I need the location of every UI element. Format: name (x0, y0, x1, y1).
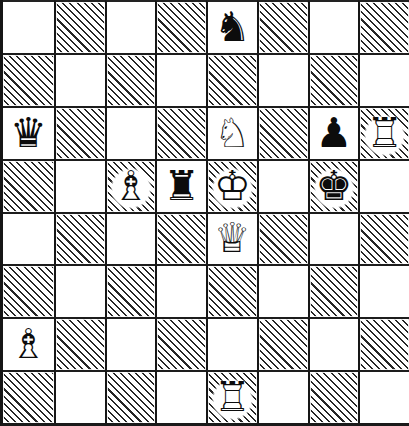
square-b4[interactable] (54, 212, 105, 265)
white-rook-piece: ♖ (208, 372, 257, 423)
square-b1[interactable] (54, 370, 105, 423)
white-bishop-piece: ♗ (3, 319, 54, 370)
square-g4[interactable] (308, 212, 359, 265)
square-h8[interactable] (358, 0, 409, 53)
square-d5[interactable]: ♜ (155, 159, 206, 212)
square-f2[interactable] (257, 317, 308, 370)
square-a4[interactable] (3, 212, 54, 265)
square-b8[interactable] (54, 0, 105, 53)
square-h6[interactable]: ♖ (358, 106, 409, 159)
square-g7[interactable] (308, 53, 359, 106)
square-f7[interactable] (257, 53, 308, 106)
square-c5[interactable]: ♗ (105, 159, 156, 212)
square-f1[interactable] (257, 370, 308, 423)
square-c2[interactable] (105, 317, 156, 370)
square-b3[interactable] (54, 264, 105, 317)
square-d4[interactable] (155, 212, 206, 265)
square-c3[interactable] (105, 264, 156, 317)
square-e4[interactable]: ♕ (206, 212, 257, 265)
white-queen-piece: ♕ (208, 214, 257, 265)
square-a6[interactable]: ♛ (3, 106, 54, 159)
square-e7[interactable] (206, 53, 257, 106)
square-e2[interactable] (206, 317, 257, 370)
black-knight-piece: ♞ (208, 2, 257, 53)
square-c8[interactable] (105, 0, 156, 53)
white-bishop-piece: ♗ (107, 161, 156, 212)
square-c7[interactable] (105, 53, 156, 106)
square-b7[interactable] (54, 53, 105, 106)
square-e5[interactable]: ♔ (206, 159, 257, 212)
square-d3[interactable] (155, 264, 206, 317)
square-a2[interactable]: ♗ (3, 317, 54, 370)
square-d1[interactable] (155, 370, 206, 423)
square-f8[interactable] (257, 0, 308, 53)
white-rook-piece: ♖ (360, 108, 409, 159)
square-a1[interactable] (3, 370, 54, 423)
square-e1[interactable]: ♖ (206, 370, 257, 423)
square-e3[interactable] (206, 264, 257, 317)
square-h3[interactable] (358, 264, 409, 317)
chess-board: ♞♛♘♟♖♗♜♔♚♕♗♖ (0, 0, 409, 426)
black-rook-piece: ♜ (157, 161, 206, 212)
square-h7[interactable] (358, 53, 409, 106)
square-f3[interactable] (257, 264, 308, 317)
square-g2[interactable] (308, 317, 359, 370)
square-b5[interactable] (54, 159, 105, 212)
square-a3[interactable] (3, 264, 54, 317)
square-h1[interactable] (358, 370, 409, 423)
square-d7[interactable] (155, 53, 206, 106)
black-pawn-piece: ♟ (310, 108, 359, 159)
square-e6[interactable]: ♘ (206, 106, 257, 159)
square-e8[interactable]: ♞ (206, 0, 257, 53)
square-c4[interactable] (105, 212, 156, 265)
square-g5[interactable]: ♚ (308, 159, 359, 212)
square-h5[interactable] (358, 159, 409, 212)
square-h2[interactable] (358, 317, 409, 370)
square-a7[interactable] (3, 53, 54, 106)
square-c1[interactable] (105, 370, 156, 423)
square-d8[interactable] (155, 0, 206, 53)
square-g6[interactable]: ♟ (308, 106, 359, 159)
square-b6[interactable] (54, 106, 105, 159)
square-d6[interactable] (155, 106, 206, 159)
square-g3[interactable] (308, 264, 359, 317)
square-c6[interactable] (105, 106, 156, 159)
square-g1[interactable] (308, 370, 359, 423)
square-a8[interactable] (3, 0, 54, 53)
white-king-piece: ♔ (208, 161, 257, 212)
black-queen-piece: ♛ (3, 108, 54, 159)
square-h4[interactable] (358, 212, 409, 265)
black-king-piece: ♚ (310, 161, 359, 212)
square-d2[interactable] (155, 317, 206, 370)
white-knight-piece: ♘ (208, 108, 257, 159)
square-f6[interactable] (257, 106, 308, 159)
square-a5[interactable] (3, 159, 54, 212)
square-f4[interactable] (257, 212, 308, 265)
square-f5[interactable] (257, 159, 308, 212)
newspaper-chess-diagram: ♞♛♘♟♖♗♜♔♚♕♗♖ (0, 0, 409, 426)
square-g8[interactable] (308, 0, 359, 53)
square-b2[interactable] (54, 317, 105, 370)
